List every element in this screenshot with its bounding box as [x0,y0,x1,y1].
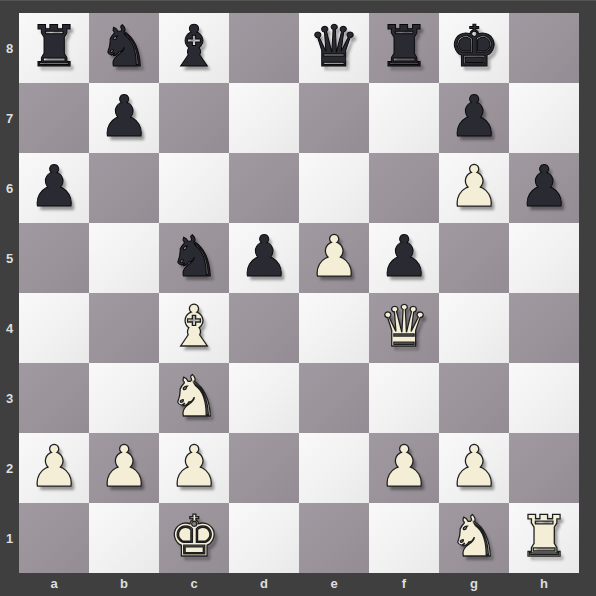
square-h7[interactable] [509,83,579,153]
square-d3[interactable] [229,363,299,433]
square-a5[interactable] [19,223,89,293]
square-e8[interactable]: ♛ [299,13,369,83]
white-knight-icon[interactable]: ♞ [159,363,229,433]
square-c7[interactable] [159,83,229,153]
file-labels: abcdefgh [19,573,579,596]
black-queen-icon[interactable]: ♛ [299,13,369,83]
rank-label-6: 6 [0,153,19,223]
square-c1[interactable]: ♚ [159,503,229,573]
square-f7[interactable] [369,83,439,153]
chess-board: ♜♞♝♛♜♚♟♟♟♟♟♞♟♟♟♝♛♞♟♟♟♟♟♚♞♜ [19,13,579,573]
square-h2[interactable] [509,433,579,503]
square-f6[interactable] [369,153,439,223]
square-g2[interactable]: ♟ [439,433,509,503]
black-bishop-icon[interactable]: ♝ [159,13,229,83]
white-pawn-icon[interactable]: ♟ [439,153,509,223]
square-a8[interactable]: ♜ [19,13,89,83]
file-label-e: e [299,573,369,596]
rank-label-2: 2 [0,433,19,503]
square-f3[interactable] [369,363,439,433]
white-king-icon[interactable]: ♚ [159,503,229,573]
black-rook-icon[interactable]: ♜ [19,13,89,83]
square-a6[interactable]: ♟ [19,153,89,223]
black-pawn-icon[interactable]: ♟ [89,83,159,153]
square-d8[interactable] [229,13,299,83]
square-b6[interactable] [89,153,159,223]
square-f2[interactable]: ♟ [369,433,439,503]
file-label-f: f [369,573,439,596]
square-b7[interactable]: ♟ [89,83,159,153]
square-f1[interactable] [369,503,439,573]
square-b8[interactable]: ♞ [89,13,159,83]
black-king-icon[interactable]: ♚ [439,13,509,83]
square-b5[interactable] [89,223,159,293]
black-pawn-icon[interactable]: ♟ [369,223,439,293]
square-c5[interactable]: ♞ [159,223,229,293]
square-d2[interactable] [229,433,299,503]
square-d4[interactable] [229,293,299,363]
rank-labels: 87654321 [0,13,19,573]
square-c8[interactable]: ♝ [159,13,229,83]
square-d5[interactable]: ♟ [229,223,299,293]
square-e4[interactable] [299,293,369,363]
square-e1[interactable] [299,503,369,573]
rank-label-5: 5 [0,223,19,293]
square-e3[interactable] [299,363,369,433]
square-e2[interactable] [299,433,369,503]
square-e5[interactable]: ♟ [299,223,369,293]
file-label-b: b [89,573,159,596]
square-a2[interactable]: ♟ [19,433,89,503]
square-e7[interactable] [299,83,369,153]
square-h5[interactable] [509,223,579,293]
rank-label-3: 3 [0,363,19,433]
white-knight-icon[interactable]: ♞ [439,503,509,573]
file-label-c: c [159,573,229,596]
square-g8[interactable]: ♚ [439,13,509,83]
square-d1[interactable] [229,503,299,573]
white-pawn-icon[interactable]: ♟ [89,433,159,503]
square-c3[interactable]: ♞ [159,363,229,433]
white-pawn-icon[interactable]: ♟ [369,433,439,503]
square-g3[interactable] [439,363,509,433]
black-knight-icon[interactable]: ♞ [159,223,229,293]
square-b3[interactable] [89,363,159,433]
rank-label-4: 4 [0,293,19,363]
black-pawn-icon[interactable]: ♟ [509,153,579,223]
file-label-h: h [509,573,579,596]
square-g7[interactable]: ♟ [439,83,509,153]
black-pawn-icon[interactable]: ♟ [19,153,89,223]
square-f5[interactable]: ♟ [369,223,439,293]
white-pawn-icon[interactable]: ♟ [439,433,509,503]
chess-board-frame: 87654321 abcdefgh ♜♞♝♛♜♚♟♟♟♟♟♞♟♟♟♝♛♞♟♟♟♟… [0,0,596,596]
square-f4[interactable]: ♛ [369,293,439,363]
white-pawn-icon[interactable]: ♟ [19,433,89,503]
square-b4[interactable] [89,293,159,363]
square-c4[interactable]: ♝ [159,293,229,363]
square-b2[interactable]: ♟ [89,433,159,503]
square-f8[interactable]: ♜ [369,13,439,83]
square-h8[interactable] [509,13,579,83]
square-a3[interactable] [19,363,89,433]
file-label-a: a [19,573,89,596]
square-c2[interactable]: ♟ [159,433,229,503]
square-a4[interactable] [19,293,89,363]
square-g6[interactable]: ♟ [439,153,509,223]
square-c6[interactable] [159,153,229,223]
file-label-g: g [439,573,509,596]
square-d6[interactable] [229,153,299,223]
square-d7[interactable] [229,83,299,153]
square-h3[interactable] [509,363,579,433]
square-a7[interactable] [19,83,89,153]
black-pawn-icon[interactable]: ♟ [439,83,509,153]
square-e6[interactable] [299,153,369,223]
square-h6[interactable]: ♟ [509,153,579,223]
black-knight-icon[interactable]: ♞ [89,13,159,83]
white-pawn-icon[interactable]: ♟ [299,223,369,293]
white-rook-icon[interactable]: ♜ [509,503,579,573]
black-pawn-icon[interactable]: ♟ [229,223,299,293]
square-h4[interactable] [509,293,579,363]
black-rook-icon[interactable]: ♜ [369,13,439,83]
white-pawn-icon[interactable]: ♟ [159,433,229,503]
white-bishop-icon[interactable]: ♝ [159,293,229,363]
square-b1[interactable] [89,503,159,573]
square-h1[interactable]: ♜ [509,503,579,573]
rank-label-8: 8 [0,13,19,83]
rank-label-1: 1 [0,503,19,573]
square-g4[interactable] [439,293,509,363]
file-label-d: d [229,573,299,596]
square-g5[interactable] [439,223,509,293]
white-queen-icon[interactable]: ♛ [369,293,439,363]
rank-label-7: 7 [0,83,19,153]
square-a1[interactable] [19,503,89,573]
square-g1[interactable]: ♞ [439,503,509,573]
